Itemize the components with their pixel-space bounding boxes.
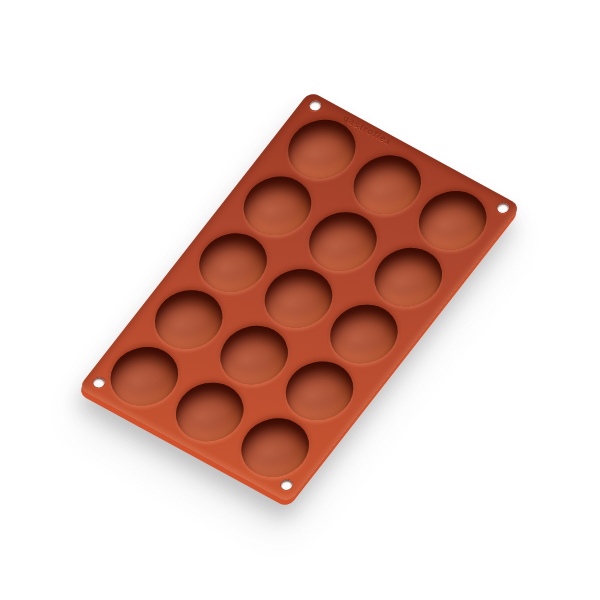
photo-canvas: gastroflex (0, 0, 600, 600)
cavity-grid (93, 106, 505, 491)
silicone-mold: gastroflex (78, 91, 521, 503)
